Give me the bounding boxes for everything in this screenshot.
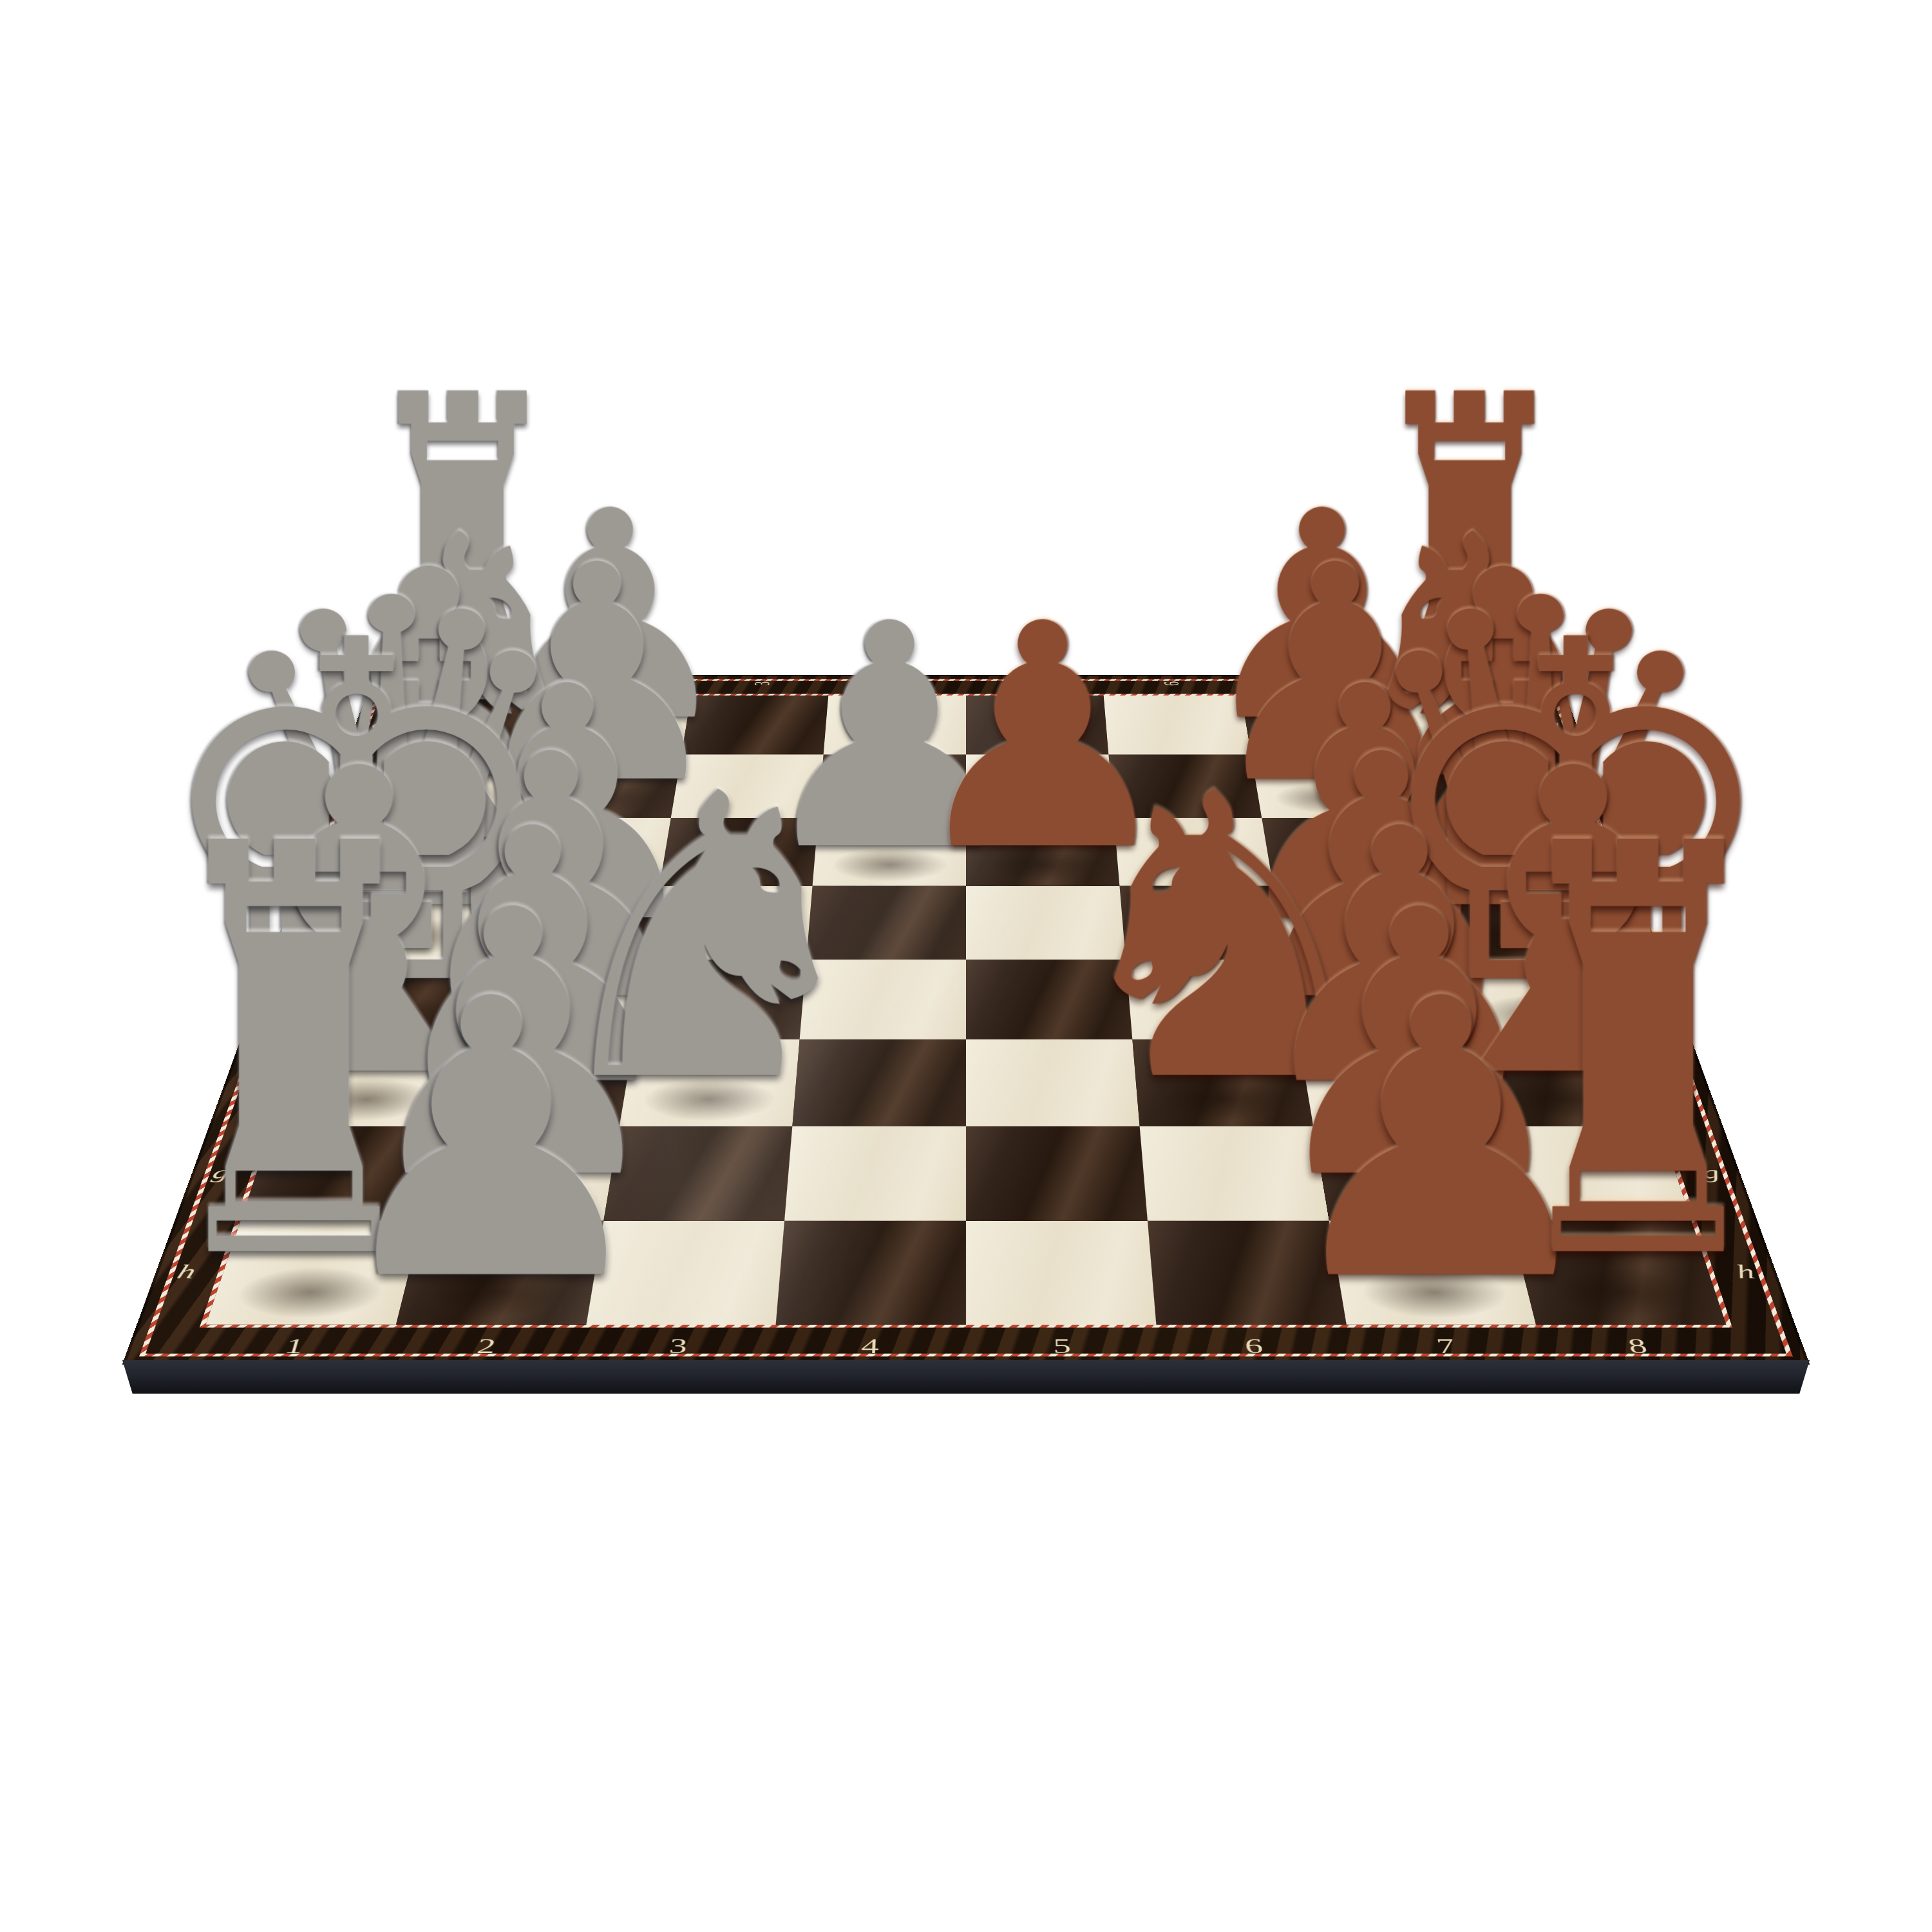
pawn-glyph: ♟ (282, 960, 700, 1324)
black-rook-h8: ♜ (1510, 1221, 1726, 1325)
coord-label-6: 6 (1157, 1332, 1352, 1360)
playing-area: ♜♟♟♜♞♟♟♞♝♟♟♝♛♟♟♛♚♟♟♚♝♟♞♞♟♝♟♟♜♟♟♜ (206, 696, 1727, 1325)
coord-label-4: 4 (773, 1332, 966, 1360)
square-h4 (776, 1221, 966, 1325)
coord-label-3: 3 (580, 1332, 775, 1360)
coord-label-1: 1 (194, 1332, 394, 1360)
coord-label-8: 8 (1538, 1332, 1738, 1360)
product-photo-page: { "game": "chess", "position": { "fen": … (0, 0, 1932, 1932)
square-g5 (966, 1126, 1148, 1221)
white-pawn-h2: ♟ (396, 1221, 603, 1325)
square-h5 (966, 1221, 1156, 1325)
square-g4 (784, 1126, 966, 1221)
coords-near: 12345678 (194, 1332, 1738, 1360)
rook-glyph: ♜ (1501, 788, 1760, 1323)
coord-label-7: 7 (1347, 1332, 1545, 1360)
photo-scene: 12345678 12345678 abcdefgh abcdefgh ♜♟♟♜… (0, 0, 1932, 1932)
square-h2: ♟ (396, 1221, 603, 1325)
coord-label-2: 2 (387, 1332, 585, 1360)
chessboard: 12345678 12345678 abcdefgh abcdefgh ♜♟♟♜… (122, 675, 1810, 1365)
square-h8: ♜ (1510, 1221, 1726, 1325)
board-side-edge (122, 1360, 1810, 1394)
coord-label-5: 5 (966, 1332, 1159, 1360)
